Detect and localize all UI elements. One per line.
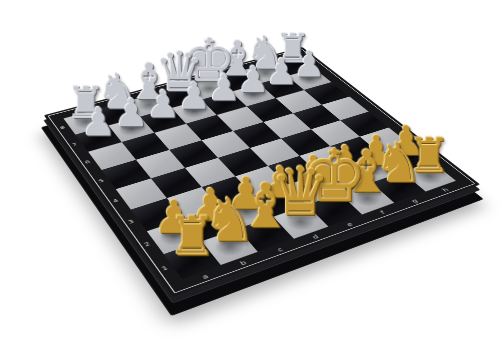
file-label-a: a	[199, 273, 211, 281]
rank-label-6: 6	[83, 160, 93, 166]
file-label-c: c	[274, 246, 286, 253]
rank-label-4: 4	[110, 198, 121, 205]
square-c5	[169, 140, 218, 168]
file-label-d: d	[310, 234, 322, 241]
square-a7: ♟	[75, 126, 121, 152]
scene: 87654321 abcdefgh ♜♞♝♛♚♝♞♜♟♟♟♟♟♟♟♟♟♟♟♟♟♟…	[0, 0, 500, 345]
file-label-e: e	[344, 221, 356, 228]
silver-pawn-a7: ♟	[59, 102, 138, 141]
product-photo: 87654321 abcdefgh ♜♞♝♛♚♝♞♜♟♟♟♟♟♟♟♟♟♟♟♟♟♟…	[0, 0, 500, 345]
file-label-b: b	[238, 260, 250, 268]
rank-label-1: 1	[159, 265, 171, 273]
file-label-h: h	[440, 187, 452, 193]
file-label-f: f	[377, 210, 389, 217]
rank-label-7: 7	[70, 142, 80, 147]
rank-label-5: 5	[96, 178, 107, 184]
square-a1: ♜	[164, 241, 221, 279]
board-top-face: 87654321 abcdefgh ♜♞♝♛♚♝♞♜♟♟♟♟♟♟♟♟♟♟♟♟♟♟…	[44, 47, 480, 297]
chess-board: 87654321 abcdefgh ♜♞♝♛♚♝♞♜♟♟♟♟♟♟♟♟♟♟♟♟♟♟…	[44, 47, 480, 297]
gold-rook-a1: ♜	[145, 209, 239, 263]
file-label-g: g	[409, 198, 421, 205]
